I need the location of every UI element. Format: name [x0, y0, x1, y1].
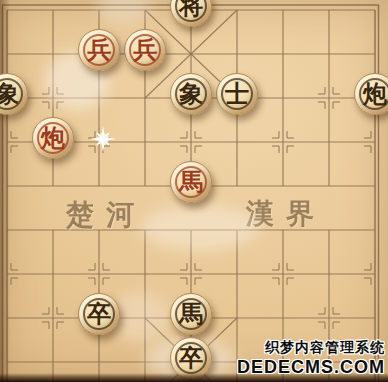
- sparkle-icon: [88, 124, 118, 158]
- piece-red-horse[interactable]: 馬: [170, 161, 212, 203]
- piece-glyph: 象: [179, 82, 203, 106]
- piece-glyph: 炮: [41, 126, 65, 150]
- piece-glyph: 象: [0, 82, 19, 106]
- piece-glyph: 兵: [133, 38, 157, 62]
- piece-glyph: 卒: [179, 346, 203, 370]
- piece-black-general[interactable]: 将: [170, 0, 212, 27]
- piece-glyph: 炮: [363, 82, 387, 106]
- piece-black-soldier-1[interactable]: 卒: [78, 293, 120, 335]
- piece-black-horse[interactable]: 馬: [170, 293, 212, 335]
- piece-red-cannon[interactable]: 炮: [32, 117, 74, 159]
- piece-black-advisor[interactable]: 士: [216, 73, 258, 115]
- board-intersections-grid[interactable]: 将兵兵象象士炮炮馬卒馬卒: [0, 0, 388, 382]
- watermark-text-en: DEDECMS.COM: [237, 357, 385, 378]
- piece-black-cannon[interactable]: 炮: [354, 73, 388, 115]
- piece-red-soldier-2[interactable]: 兵: [124, 29, 166, 71]
- piece-black-elephant-1[interactable]: 象: [0, 73, 28, 115]
- piece-glyph: 卒: [87, 302, 111, 326]
- piece-glyph: 馬: [179, 302, 203, 326]
- piece-red-soldier-1[interactable]: 兵: [78, 29, 120, 71]
- piece-glyph: 士: [225, 82, 249, 106]
- watermark: 织梦内容管理系统 DEDECMS.COM: [237, 339, 385, 378]
- watermark-text-cn: 织梦内容管理系统: [237, 339, 385, 357]
- piece-glyph: 兵: [87, 38, 111, 62]
- piece-glyph: 将: [179, 0, 203, 18]
- xiangqi-board[interactable]: 楚河 漢界 将兵兵象象士炮炮馬卒馬卒 织梦内容管理系统 DEDECMS.COM: [0, 0, 388, 382]
- piece-glyph: 馬: [179, 170, 203, 194]
- piece-black-elephant-2[interactable]: 象: [170, 73, 212, 115]
